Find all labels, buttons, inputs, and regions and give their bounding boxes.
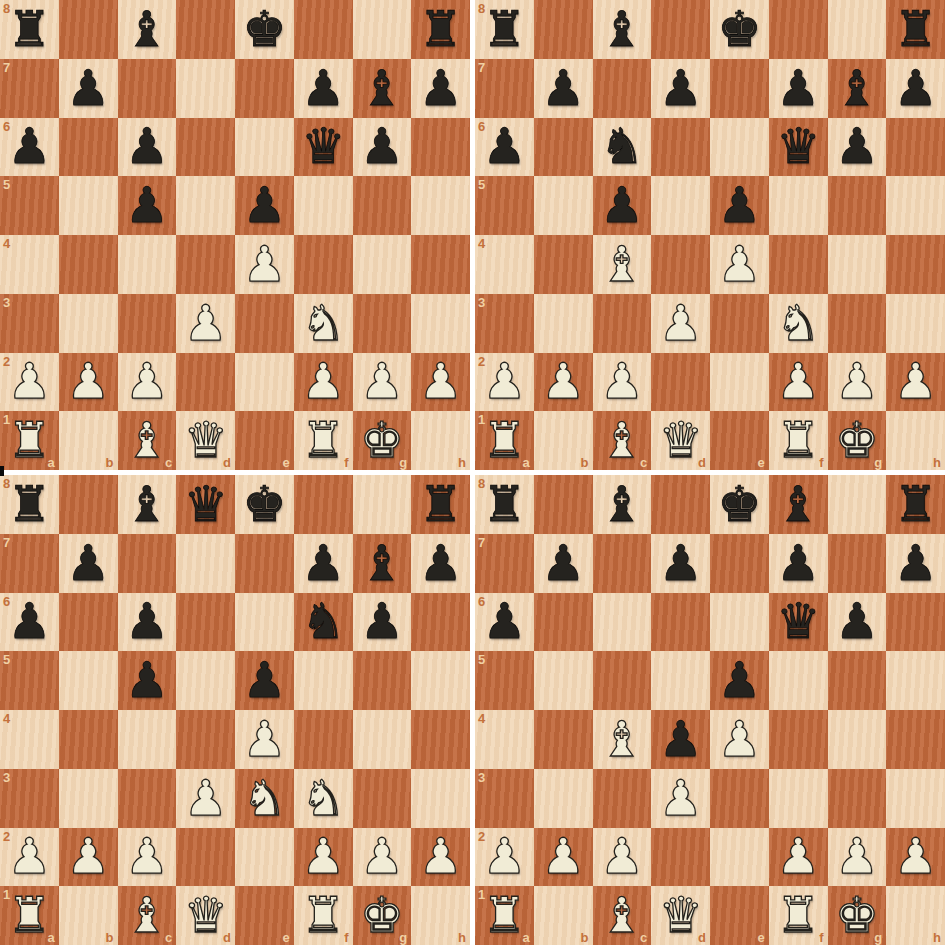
square-d4[interactable] (176, 235, 235, 294)
square-e8[interactable]: ♚ (235, 0, 294, 59)
square-e8[interactable]: ♚ (710, 475, 769, 534)
black-bishop[interactable]: ♝ (360, 64, 404, 113)
square-h6[interactable] (886, 118, 945, 177)
square-b4[interactable] (59, 235, 118, 294)
square-g3[interactable] (828, 294, 887, 353)
white-pawn[interactable]: ♟ (482, 832, 526, 881)
square-f5[interactable] (769, 176, 828, 235)
black-rook[interactable]: ♜ (419, 480, 463, 529)
black-pawn[interactable]: ♟ (125, 656, 169, 705)
square-e5[interactable]: ♟ (710, 651, 769, 710)
black-knight[interactable]: ♞ (600, 122, 644, 171)
square-g6[interactable]: ♟ (353, 118, 412, 177)
square-f4[interactable] (294, 710, 353, 769)
square-a2[interactable]: ♟2 (0, 828, 59, 887)
square-b7[interactable]: ♟ (534, 59, 593, 118)
square-b1[interactable]: b (59, 411, 118, 470)
black-pawn[interactable]: ♟ (835, 122, 879, 171)
square-g7[interactable]: ♝ (353, 59, 412, 118)
square-d1[interactable]: ♛d (176, 886, 235, 945)
square-d7[interactable]: ♟ (651, 59, 710, 118)
square-g8[interactable] (828, 0, 887, 59)
square-e7[interactable] (235, 59, 294, 118)
white-pawn[interactable]: ♟ (184, 299, 228, 348)
square-d1[interactable]: ♛d (176, 411, 235, 470)
square-d8[interactable] (651, 475, 710, 534)
square-h3[interactable] (411, 769, 470, 828)
white-knight[interactable]: ♞ (776, 299, 820, 348)
square-e3[interactable] (235, 294, 294, 353)
square-b5[interactable] (59, 651, 118, 710)
square-d6[interactable] (176, 118, 235, 177)
square-c8[interactable]: ♝ (118, 0, 177, 59)
square-a3[interactable]: 3 (0, 294, 59, 353)
square-d7[interactable] (176, 59, 235, 118)
square-g4[interactable] (828, 235, 887, 294)
square-h7[interactable]: ♟ (886, 534, 945, 593)
square-e2[interactable] (710, 353, 769, 412)
black-pawn[interactable]: ♟ (717, 656, 761, 705)
square-h6[interactable] (886, 593, 945, 652)
square-f6[interactable]: ♞ (294, 593, 353, 652)
square-d5[interactable] (176, 651, 235, 710)
square-h7[interactable]: ♟ (886, 59, 945, 118)
square-e6[interactable] (235, 593, 294, 652)
square-a6[interactable]: ♟6 (0, 593, 59, 652)
square-a5[interactable]: 5 (475, 651, 534, 710)
square-f4[interactable] (294, 235, 353, 294)
square-f3[interactable]: ♞ (294, 294, 353, 353)
square-h4[interactable] (886, 710, 945, 769)
black-pawn[interactable]: ♟ (125, 597, 169, 646)
square-e3[interactable]: ♞ (235, 769, 294, 828)
square-c5[interactable]: ♟ (593, 176, 652, 235)
square-g5[interactable] (353, 651, 412, 710)
square-d1[interactable]: ♛d (651, 411, 710, 470)
white-bishop[interactable]: ♝ (600, 715, 644, 764)
square-d2[interactable] (651, 828, 710, 887)
square-f3[interactable]: ♞ (294, 769, 353, 828)
white-bishop[interactable]: ♝ (600, 416, 644, 465)
square-d7[interactable]: ♟ (651, 534, 710, 593)
square-b6[interactable] (59, 593, 118, 652)
square-h2[interactable]: ♟ (886, 353, 945, 412)
white-pawn[interactable]: ♟ (659, 774, 703, 823)
square-g1[interactable]: ♚g (828, 886, 887, 945)
square-c2[interactable]: ♟ (118, 828, 177, 887)
square-a8[interactable]: ♜8 (475, 0, 534, 59)
square-f5[interactable] (769, 651, 828, 710)
square-b3[interactable] (534, 769, 593, 828)
square-h8[interactable]: ♜ (411, 0, 470, 59)
square-a8[interactable]: ♜8 (0, 0, 59, 59)
square-e4[interactable]: ♟ (235, 710, 294, 769)
square-f1[interactable]: ♜f (294, 886, 353, 945)
white-king[interactable]: ♚ (835, 891, 879, 940)
square-g2[interactable]: ♟ (353, 353, 412, 412)
black-pawn[interactable]: ♟ (301, 64, 345, 113)
black-bishop[interactable]: ♝ (600, 480, 644, 529)
square-f7[interactable]: ♟ (294, 59, 353, 118)
square-h8[interactable]: ♜ (411, 475, 470, 534)
square-e1[interactable]: e (710, 886, 769, 945)
square-h4[interactable] (886, 235, 945, 294)
square-d8[interactable] (176, 0, 235, 59)
white-pawn[interactable]: ♟ (242, 240, 286, 289)
square-f8[interactable] (294, 0, 353, 59)
square-h1[interactable]: h (411, 411, 470, 470)
square-c4[interactable]: ♝ (593, 235, 652, 294)
white-pawn[interactable]: ♟ (717, 715, 761, 764)
white-pawn[interactable]: ♟ (419, 832, 463, 881)
black-pawn[interactable]: ♟ (360, 122, 404, 171)
black-pawn[interactable]: ♟ (659, 64, 703, 113)
square-a1[interactable]: ♜1a (0, 886, 59, 945)
square-a8[interactable]: ♜8 (0, 475, 59, 534)
square-e5[interactable]: ♟ (710, 176, 769, 235)
square-c4[interactable] (118, 235, 177, 294)
square-a2[interactable]: ♟2 (475, 828, 534, 887)
black-pawn[interactable]: ♟ (776, 539, 820, 588)
white-rook[interactable]: ♜ (776, 416, 820, 465)
black-bishop[interactable]: ♝ (776, 480, 820, 529)
white-pawn[interactable]: ♟ (7, 832, 51, 881)
square-g1[interactable]: ♚g (353, 411, 412, 470)
square-b7[interactable]: ♟ (59, 59, 118, 118)
square-b1[interactable]: b (534, 886, 593, 945)
white-rook[interactable]: ♜ (482, 891, 526, 940)
white-pawn[interactable]: ♟ (482, 357, 526, 406)
black-bishop[interactable]: ♝ (125, 480, 169, 529)
white-pawn[interactable]: ♟ (894, 832, 938, 881)
square-a6[interactable]: ♟6 (475, 593, 534, 652)
square-d2[interactable] (651, 353, 710, 412)
square-e3[interactable] (710, 769, 769, 828)
square-d2[interactable] (176, 828, 235, 887)
white-rook[interactable]: ♜ (7, 891, 51, 940)
black-rook[interactable]: ♜ (7, 5, 51, 54)
square-f6[interactable]: ♛ (294, 118, 353, 177)
black-bishop[interactable]: ♝ (835, 64, 879, 113)
square-e2[interactable] (710, 828, 769, 887)
white-bishop[interactable]: ♝ (125, 416, 169, 465)
square-b8[interactable] (59, 0, 118, 59)
square-b5[interactable] (534, 651, 593, 710)
square-e7[interactable] (710, 534, 769, 593)
square-c5[interactable]: ♟ (118, 176, 177, 235)
square-h4[interactable] (411, 710, 470, 769)
square-e7[interactable] (710, 59, 769, 118)
square-g5[interactable] (828, 651, 887, 710)
square-f7[interactable]: ♟ (294, 534, 353, 593)
square-f1[interactable]: ♜f (769, 411, 828, 470)
square-d6[interactable] (651, 118, 710, 177)
white-queen[interactable]: ♛ (184, 416, 228, 465)
black-pawn[interactable]: ♟ (419, 539, 463, 588)
square-h1[interactable]: h (886, 411, 945, 470)
square-d3[interactable]: ♟ (651, 294, 710, 353)
square-c2[interactable]: ♟ (593, 828, 652, 887)
square-c3[interactable] (118, 769, 177, 828)
square-h7[interactable]: ♟ (411, 59, 470, 118)
square-e4[interactable]: ♟ (710, 235, 769, 294)
black-pawn[interactable]: ♟ (66, 539, 110, 588)
square-c5[interactable]: ♟ (118, 651, 177, 710)
square-b3[interactable] (534, 294, 593, 353)
square-h5[interactable] (886, 176, 945, 235)
black-queen[interactable]: ♛ (184, 480, 228, 529)
square-g6[interactable]: ♟ (353, 593, 412, 652)
square-g1[interactable]: ♚g (828, 411, 887, 470)
square-e4[interactable]: ♟ (710, 710, 769, 769)
square-h2[interactable]: ♟ (886, 828, 945, 887)
square-c2[interactable]: ♟ (593, 353, 652, 412)
white-pawn[interactable]: ♟ (242, 715, 286, 764)
square-e7[interactable] (235, 534, 294, 593)
square-g6[interactable]: ♟ (828, 118, 887, 177)
square-d4[interactable]: ♟ (651, 710, 710, 769)
square-f6[interactable]: ♛ (769, 118, 828, 177)
square-g4[interactable] (353, 235, 412, 294)
square-g8[interactable] (353, 0, 412, 59)
square-g8[interactable] (828, 475, 887, 534)
square-h6[interactable] (411, 118, 470, 177)
black-pawn[interactable]: ♟ (360, 597, 404, 646)
square-f7[interactable]: ♟ (769, 534, 828, 593)
square-e1[interactable]: e (235, 886, 294, 945)
square-d6[interactable] (651, 593, 710, 652)
square-g1[interactable]: ♚g (353, 886, 412, 945)
square-g6[interactable]: ♟ (828, 593, 887, 652)
square-a3[interactable]: 3 (0, 769, 59, 828)
square-a5[interactable]: 5 (0, 651, 59, 710)
square-f2[interactable]: ♟ (294, 353, 353, 412)
black-pawn[interactable]: ♟ (776, 64, 820, 113)
square-c4[interactable]: ♝ (593, 710, 652, 769)
white-pawn[interactable]: ♟ (360, 357, 404, 406)
white-pawn[interactable]: ♟ (600, 357, 644, 406)
square-g7[interactable]: ♝ (828, 59, 887, 118)
square-e1[interactable]: e (710, 411, 769, 470)
white-knight[interactable]: ♞ (301, 299, 345, 348)
black-rook[interactable]: ♜ (482, 480, 526, 529)
square-g4[interactable] (828, 710, 887, 769)
black-queen[interactable]: ♛ (776, 597, 820, 646)
black-pawn[interactable]: ♟ (659, 539, 703, 588)
square-d4[interactable] (651, 235, 710, 294)
black-bishop[interactable]: ♝ (360, 539, 404, 588)
black-king[interactable]: ♚ (717, 5, 761, 54)
square-f8[interactable]: ♝ (769, 475, 828, 534)
square-a7[interactable]: 7 (475, 534, 534, 593)
white-rook[interactable]: ♜ (301, 416, 345, 465)
square-c1[interactable]: ♝c (118, 886, 177, 945)
white-rook[interactable]: ♜ (482, 416, 526, 465)
square-f2[interactable]: ♟ (769, 353, 828, 412)
black-rook[interactable]: ♜ (7, 480, 51, 529)
white-pawn[interactable]: ♟ (659, 299, 703, 348)
square-c6[interactable] (593, 593, 652, 652)
white-bishop[interactable]: ♝ (600, 891, 644, 940)
white-pawn[interactable]: ♟ (776, 357, 820, 406)
white-bishop[interactable]: ♝ (600, 240, 644, 289)
white-pawn[interactable]: ♟ (125, 357, 169, 406)
square-c6[interactable]: ♞ (593, 118, 652, 177)
square-f1[interactable]: ♜f (769, 886, 828, 945)
black-pawn[interactable]: ♟ (835, 597, 879, 646)
square-b2[interactable]: ♟ (59, 353, 118, 412)
square-f1[interactable]: ♜f (294, 411, 353, 470)
square-b3[interactable] (59, 769, 118, 828)
white-pawn[interactable]: ♟ (419, 357, 463, 406)
chess-board-bottom-right-board[interactable]: ♜8♝♚♝♜7♟♟♟♟♟6♛♟5♟4♝♟♟3♟♟2♟♟♟♟♟♜1ab♝c♛de♜… (475, 475, 945, 945)
white-knight[interactable]: ♞ (301, 774, 345, 823)
black-pawn[interactable]: ♟ (66, 64, 110, 113)
white-king[interactable]: ♚ (835, 416, 879, 465)
white-queen[interactable]: ♛ (659, 416, 703, 465)
chess-board-top-left-board[interactable]: ♜8♝♚♜7♟♟♝♟♟6♟♛♟5♟♟4♟3♟♞♟2♟♟♟♟♟♜1ab♝c♛de♜… (0, 0, 470, 470)
white-pawn[interactable]: ♟ (125, 832, 169, 881)
square-f3[interactable]: ♞ (769, 294, 828, 353)
square-b2[interactable]: ♟ (59, 828, 118, 887)
square-f8[interactable] (294, 475, 353, 534)
square-c8[interactable]: ♝ (118, 475, 177, 534)
square-f5[interactable] (294, 651, 353, 710)
white-rook[interactable]: ♜ (301, 891, 345, 940)
black-queen[interactable]: ♛ (776, 122, 820, 171)
square-h2[interactable]: ♟ (411, 353, 470, 412)
black-rook[interactable]: ♜ (894, 5, 938, 54)
square-d5[interactable] (176, 176, 235, 235)
square-e4[interactable]: ♟ (235, 235, 294, 294)
square-c5[interactable] (593, 651, 652, 710)
square-e2[interactable] (235, 353, 294, 412)
black-pawn[interactable]: ♟ (894, 539, 938, 588)
square-g7[interactable] (828, 534, 887, 593)
square-b3[interactable] (59, 294, 118, 353)
square-a7[interactable]: 7 (475, 59, 534, 118)
white-knight[interactable]: ♞ (242, 774, 286, 823)
square-c4[interactable] (118, 710, 177, 769)
square-g7[interactable]: ♝ (353, 534, 412, 593)
black-pawn[interactable]: ♟ (242, 181, 286, 230)
square-g5[interactable] (828, 176, 887, 235)
square-f2[interactable]: ♟ (294, 828, 353, 887)
white-pawn[interactable]: ♟ (66, 832, 110, 881)
white-pawn[interactable]: ♟ (360, 832, 404, 881)
white-pawn[interactable]: ♟ (7, 357, 51, 406)
black-pawn[interactable]: ♟ (301, 539, 345, 588)
square-g3[interactable] (353, 294, 412, 353)
white-pawn[interactable]: ♟ (835, 357, 879, 406)
black-pawn[interactable]: ♟ (419, 64, 463, 113)
black-rook[interactable]: ♜ (482, 5, 526, 54)
black-bishop[interactable]: ♝ (125, 5, 169, 54)
square-b2[interactable]: ♟ (534, 353, 593, 412)
square-d3[interactable]: ♟ (176, 294, 235, 353)
square-g2[interactable]: ♟ (828, 353, 887, 412)
square-h5[interactable] (411, 176, 470, 235)
square-e6[interactable] (710, 593, 769, 652)
square-b4[interactable] (534, 235, 593, 294)
square-h8[interactable]: ♜ (886, 475, 945, 534)
square-c7[interactable] (118, 534, 177, 593)
square-e2[interactable] (235, 828, 294, 887)
square-b7[interactable]: ♟ (534, 534, 593, 593)
square-a4[interactable]: 4 (475, 235, 534, 294)
square-h1[interactable]: h (886, 886, 945, 945)
white-pawn[interactable]: ♟ (894, 357, 938, 406)
square-g4[interactable] (353, 710, 412, 769)
square-b5[interactable] (534, 176, 593, 235)
square-d8[interactable] (651, 0, 710, 59)
square-h6[interactable] (411, 593, 470, 652)
square-b8[interactable] (534, 0, 593, 59)
black-pawn[interactable]: ♟ (894, 64, 938, 113)
square-f2[interactable]: ♟ (769, 828, 828, 887)
white-pawn[interactable]: ♟ (184, 774, 228, 823)
black-knight[interactable]: ♞ (301, 597, 345, 646)
square-b6[interactable] (59, 118, 118, 177)
white-queen[interactable]: ♛ (184, 891, 228, 940)
square-b1[interactable]: b (534, 411, 593, 470)
square-c3[interactable] (593, 294, 652, 353)
black-bishop[interactable]: ♝ (600, 5, 644, 54)
black-king[interactable]: ♚ (242, 5, 286, 54)
black-pawn[interactable]: ♟ (242, 656, 286, 705)
white-pawn[interactable]: ♟ (541, 357, 585, 406)
square-a1[interactable]: ♜1a (475, 411, 534, 470)
square-a1[interactable]: ♜1a (0, 411, 59, 470)
square-c3[interactable] (118, 294, 177, 353)
square-c2[interactable]: ♟ (118, 353, 177, 412)
square-e1[interactable]: e (235, 411, 294, 470)
square-h8[interactable]: ♜ (886, 0, 945, 59)
square-a2[interactable]: ♟2 (475, 353, 534, 412)
square-a7[interactable]: 7 (0, 534, 59, 593)
square-g2[interactable]: ♟ (353, 828, 412, 887)
square-b1[interactable]: b (59, 886, 118, 945)
square-d6[interactable] (176, 593, 235, 652)
square-b8[interactable] (59, 475, 118, 534)
square-a4[interactable]: 4 (475, 710, 534, 769)
square-b6[interactable] (534, 118, 593, 177)
black-rook[interactable]: ♜ (894, 480, 938, 529)
black-rook[interactable]: ♜ (419, 5, 463, 54)
black-pawn[interactable]: ♟ (482, 122, 526, 171)
square-h3[interactable] (411, 294, 470, 353)
square-e8[interactable]: ♚ (235, 475, 294, 534)
square-b8[interactable] (534, 475, 593, 534)
black-pawn[interactable]: ♟ (541, 539, 585, 588)
square-f6[interactable]: ♛ (769, 593, 828, 652)
square-h3[interactable] (886, 769, 945, 828)
black-queen[interactable]: ♛ (301, 122, 345, 171)
square-d7[interactable] (176, 534, 235, 593)
square-g3[interactable] (353, 769, 412, 828)
square-a7[interactable]: 7 (0, 59, 59, 118)
square-f4[interactable] (769, 235, 828, 294)
square-a1[interactable]: ♜1a (475, 886, 534, 945)
square-c6[interactable]: ♟ (118, 593, 177, 652)
square-h5[interactable] (411, 651, 470, 710)
square-c3[interactable] (593, 769, 652, 828)
white-pawn[interactable]: ♟ (776, 832, 820, 881)
square-g8[interactable] (353, 475, 412, 534)
square-h3[interactable] (886, 294, 945, 353)
black-pawn[interactable]: ♟ (482, 597, 526, 646)
square-d3[interactable]: ♟ (651, 769, 710, 828)
